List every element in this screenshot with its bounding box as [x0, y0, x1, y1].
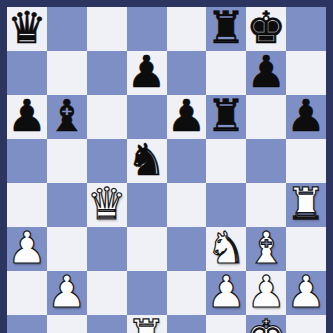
- square-b6[interactable]: ♝: [47, 95, 87, 139]
- square-b1[interactable]: [47, 315, 87, 333]
- square-a8[interactable]: ♛: [7, 7, 47, 51]
- square-a1[interactable]: [7, 315, 47, 333]
- square-e5[interactable]: [167, 139, 207, 183]
- piece-white-pawn[interactable]: ♟: [7, 226, 46, 270]
- square-e3[interactable]: [167, 227, 207, 271]
- piece-black-rook[interactable]: ♜: [207, 6, 246, 50]
- square-a5[interactable]: [7, 139, 47, 183]
- square-d5[interactable]: ♞: [127, 139, 167, 183]
- square-c2[interactable]: [87, 271, 127, 315]
- square-g7[interactable]: ♟: [246, 51, 286, 95]
- square-d2[interactable]: [127, 271, 167, 315]
- square-e1[interactable]: [167, 315, 207, 333]
- square-h1[interactable]: [286, 315, 326, 333]
- square-f7[interactable]: [206, 51, 246, 95]
- square-c5[interactable]: [87, 139, 127, 183]
- square-g8[interactable]: ♚: [246, 7, 286, 51]
- square-h5[interactable]: [286, 139, 326, 183]
- square-c3[interactable]: [87, 227, 127, 271]
- square-h2[interactable]: ♟: [286, 271, 326, 315]
- piece-white-bishop[interactable]: ♝: [246, 226, 285, 270]
- square-e6[interactable]: ♟: [167, 95, 207, 139]
- square-g3[interactable]: ♝: [246, 227, 286, 271]
- square-a6[interactable]: ♟: [7, 95, 47, 139]
- square-d4[interactable]: [127, 183, 167, 227]
- piece-black-king[interactable]: ♚: [246, 6, 285, 50]
- piece-white-rook[interactable]: ♜: [127, 314, 166, 333]
- square-b5[interactable]: [47, 139, 87, 183]
- piece-white-pawn[interactable]: ♟: [47, 270, 86, 314]
- piece-black-pawn[interactable]: ♟: [286, 94, 325, 138]
- square-h6[interactable]: ♟: [286, 95, 326, 139]
- square-g5[interactable]: [246, 139, 286, 183]
- square-h4[interactable]: ♜: [286, 183, 326, 227]
- piece-white-queen[interactable]: ♛: [87, 182, 126, 226]
- square-a2[interactable]: [7, 271, 47, 315]
- piece-black-rook[interactable]: ♜: [207, 94, 246, 138]
- square-h3[interactable]: [286, 227, 326, 271]
- square-e4[interactable]: [167, 183, 207, 227]
- square-a7[interactable]: [7, 51, 47, 95]
- square-e7[interactable]: [167, 51, 207, 95]
- piece-white-rook[interactable]: ♜: [286, 182, 325, 226]
- square-h7[interactable]: [286, 51, 326, 95]
- square-f2[interactable]: ♟: [206, 271, 246, 315]
- square-d7[interactable]: ♟: [127, 51, 167, 95]
- square-e2[interactable]: [167, 271, 207, 315]
- piece-white-knight[interactable]: ♞: [207, 226, 246, 270]
- square-g4[interactable]: [246, 183, 286, 227]
- square-g6[interactable]: [246, 95, 286, 139]
- square-b7[interactable]: [47, 51, 87, 95]
- square-f8[interactable]: ♜: [206, 7, 246, 51]
- square-d3[interactable]: [127, 227, 167, 271]
- square-c4[interactable]: ♛: [87, 183, 127, 227]
- square-c6[interactable]: [87, 95, 127, 139]
- square-b2[interactable]: ♟: [47, 271, 87, 315]
- square-c7[interactable]: [87, 51, 127, 95]
- square-g2[interactable]: ♟: [246, 271, 286, 315]
- square-b4[interactable]: [47, 183, 87, 227]
- square-e8[interactable]: [167, 7, 207, 51]
- square-a4[interactable]: [7, 183, 47, 227]
- piece-white-pawn[interactable]: ♟: [246, 270, 285, 314]
- piece-black-knight[interactable]: ♞: [127, 138, 166, 182]
- piece-black-pawn[interactable]: ♟: [127, 50, 166, 94]
- square-f4[interactable]: [206, 183, 246, 227]
- square-b8[interactable]: [47, 7, 87, 51]
- square-d6[interactable]: [127, 95, 167, 139]
- square-a3[interactable]: ♟: [7, 227, 47, 271]
- square-g1[interactable]: ♚: [246, 315, 286, 333]
- chess-board: ♛♜♚♟♟♟♝♟♜♟♞♛♜♟♞♝♟♟♟♟♜♚: [0, 0, 333, 333]
- square-f6[interactable]: ♜: [206, 95, 246, 139]
- square-h8[interactable]: [286, 7, 326, 51]
- piece-white-pawn[interactable]: ♟: [286, 270, 325, 314]
- piece-black-pawn[interactable]: ♟: [246, 50, 285, 94]
- piece-black-pawn[interactable]: ♟: [7, 94, 46, 138]
- piece-black-bishop[interactable]: ♝: [47, 94, 86, 138]
- piece-black-queen[interactable]: ♛: [7, 6, 46, 50]
- square-f5[interactable]: [206, 139, 246, 183]
- piece-white-pawn[interactable]: ♟: [207, 270, 246, 314]
- square-c1[interactable]: [87, 315, 127, 333]
- square-b3[interactable]: [47, 227, 87, 271]
- square-d1[interactable]: ♜: [127, 315, 167, 333]
- piece-black-pawn[interactable]: ♟: [167, 94, 206, 138]
- square-f3[interactable]: ♞: [206, 227, 246, 271]
- chess-board-grid: ♛♜♚♟♟♟♝♟♜♟♞♛♜♟♞♝♟♟♟♟♜♚: [7, 7, 326, 326]
- square-d8[interactable]: [127, 7, 167, 51]
- piece-white-king[interactable]: ♚: [246, 314, 285, 333]
- square-c8[interactable]: [87, 7, 127, 51]
- square-f1[interactable]: [206, 315, 246, 333]
